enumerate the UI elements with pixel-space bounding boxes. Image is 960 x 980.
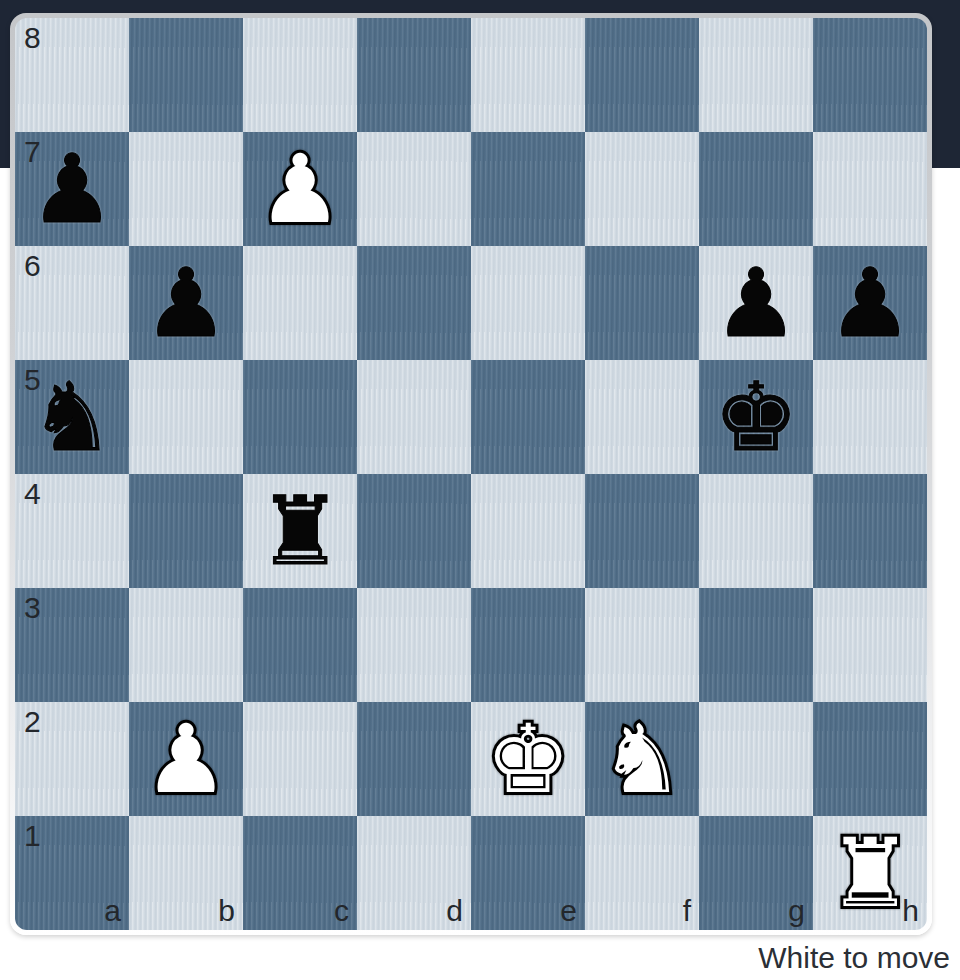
square-h3[interactable] (813, 588, 927, 702)
piece-black-rook-c4[interactable]: ♜ (243, 474, 357, 588)
file-label-f: f (683, 894, 691, 928)
square-f1[interactable]: f (585, 816, 699, 930)
square-f8[interactable] (585, 18, 699, 132)
square-h1[interactable]: h♜ (813, 816, 927, 930)
square-e6[interactable] (471, 246, 585, 360)
square-h2[interactable] (813, 702, 927, 816)
square-b7[interactable] (129, 132, 243, 246)
square-d6[interactable] (357, 246, 471, 360)
square-f2[interactable]: ♞ (585, 702, 699, 816)
square-b1[interactable]: b (129, 816, 243, 930)
square-e5[interactable] (471, 360, 585, 474)
piece-black-pawn-b6[interactable]: ♟ (129, 246, 243, 360)
square-g1[interactable]: g (699, 816, 813, 930)
square-e4[interactable] (471, 474, 585, 588)
square-a1[interactable]: 1a (15, 816, 129, 930)
rank-label-8: 8 (24, 21, 41, 55)
square-g8[interactable] (699, 18, 813, 132)
square-c1[interactable]: c (243, 816, 357, 930)
chess-board: 87♟♟6♟♟♟5♞♚4♜32♟♚♞1abcdefgh♜ (15, 18, 927, 930)
square-f6[interactable] (585, 246, 699, 360)
rank-label-6: 6 (24, 249, 41, 283)
board-frame: 87♟♟6♟♟♟5♞♚4♜32♟♚♞1abcdefgh♜ (10, 13, 932, 935)
square-g4[interactable] (699, 474, 813, 588)
square-c8[interactable] (243, 18, 357, 132)
square-e1[interactable]: e (471, 816, 585, 930)
rank-label-3: 3 (24, 591, 41, 625)
piece-white-pawn-c7[interactable]: ♟ (243, 132, 357, 246)
rank-label-1: 1 (24, 819, 41, 853)
square-d8[interactable] (357, 18, 471, 132)
square-c6[interactable] (243, 246, 357, 360)
turn-indicator: White to move (758, 941, 950, 975)
square-h8[interactable] (813, 18, 927, 132)
piece-black-pawn-h6[interactable]: ♟ (813, 246, 927, 360)
file-label-a: a (104, 894, 121, 928)
piece-white-king-e2[interactable]: ♚ (471, 702, 585, 816)
piece-white-knight-f2[interactable]: ♞ (585, 702, 699, 816)
square-a2[interactable]: 2 (15, 702, 129, 816)
square-b5[interactable] (129, 360, 243, 474)
square-b6[interactable]: ♟ (129, 246, 243, 360)
square-g2[interactable] (699, 702, 813, 816)
square-c4[interactable]: ♜ (243, 474, 357, 588)
piece-white-rook-h1[interactable]: ♜ (813, 816, 927, 930)
file-label-g: g (788, 894, 805, 928)
square-a4[interactable]: 4 (15, 474, 129, 588)
square-e8[interactable] (471, 18, 585, 132)
square-h5[interactable] (813, 360, 927, 474)
square-g3[interactable] (699, 588, 813, 702)
square-c2[interactable] (243, 702, 357, 816)
square-b2[interactable]: ♟ (129, 702, 243, 816)
square-b8[interactable] (129, 18, 243, 132)
square-b3[interactable] (129, 588, 243, 702)
square-h6[interactable]: ♟ (813, 246, 927, 360)
square-d3[interactable] (357, 588, 471, 702)
square-a6[interactable]: 6 (15, 246, 129, 360)
rank-label-4: 4 (24, 477, 41, 511)
square-a5[interactable]: 5♞ (15, 360, 129, 474)
square-e3[interactable] (471, 588, 585, 702)
piece-black-king-g5[interactable]: ♚ (699, 360, 813, 474)
square-a3[interactable]: 3 (15, 588, 129, 702)
file-label-e: e (560, 894, 577, 928)
piece-white-pawn-b2[interactable]: ♟ (129, 702, 243, 816)
piece-black-knight-a5[interactable]: ♞ (15, 360, 129, 474)
square-b4[interactable] (129, 474, 243, 588)
piece-black-pawn-g6[interactable]: ♟ (699, 246, 813, 360)
square-a7[interactable]: 7♟ (15, 132, 129, 246)
square-d7[interactable] (357, 132, 471, 246)
square-d5[interactable] (357, 360, 471, 474)
square-d4[interactable] (357, 474, 471, 588)
square-h4[interactable] (813, 474, 927, 588)
file-label-d: d (446, 894, 463, 928)
square-f3[interactable] (585, 588, 699, 702)
square-e2[interactable]: ♚ (471, 702, 585, 816)
file-label-c: c (334, 894, 349, 928)
square-f4[interactable] (585, 474, 699, 588)
square-g7[interactable] (699, 132, 813, 246)
rank-label-2: 2 (24, 705, 41, 739)
square-e7[interactable] (471, 132, 585, 246)
square-d1[interactable]: d (357, 816, 471, 930)
square-f7[interactable] (585, 132, 699, 246)
square-a8[interactable]: 8 (15, 18, 129, 132)
square-g6[interactable]: ♟ (699, 246, 813, 360)
square-c5[interactable] (243, 360, 357, 474)
square-c7[interactable]: ♟ (243, 132, 357, 246)
file-label-b: b (218, 894, 235, 928)
square-g5[interactable]: ♚ (699, 360, 813, 474)
square-d2[interactable] (357, 702, 471, 816)
square-c3[interactable] (243, 588, 357, 702)
square-h7[interactable] (813, 132, 927, 246)
square-f5[interactable] (585, 360, 699, 474)
piece-black-pawn-a7[interactable]: ♟ (15, 132, 129, 246)
